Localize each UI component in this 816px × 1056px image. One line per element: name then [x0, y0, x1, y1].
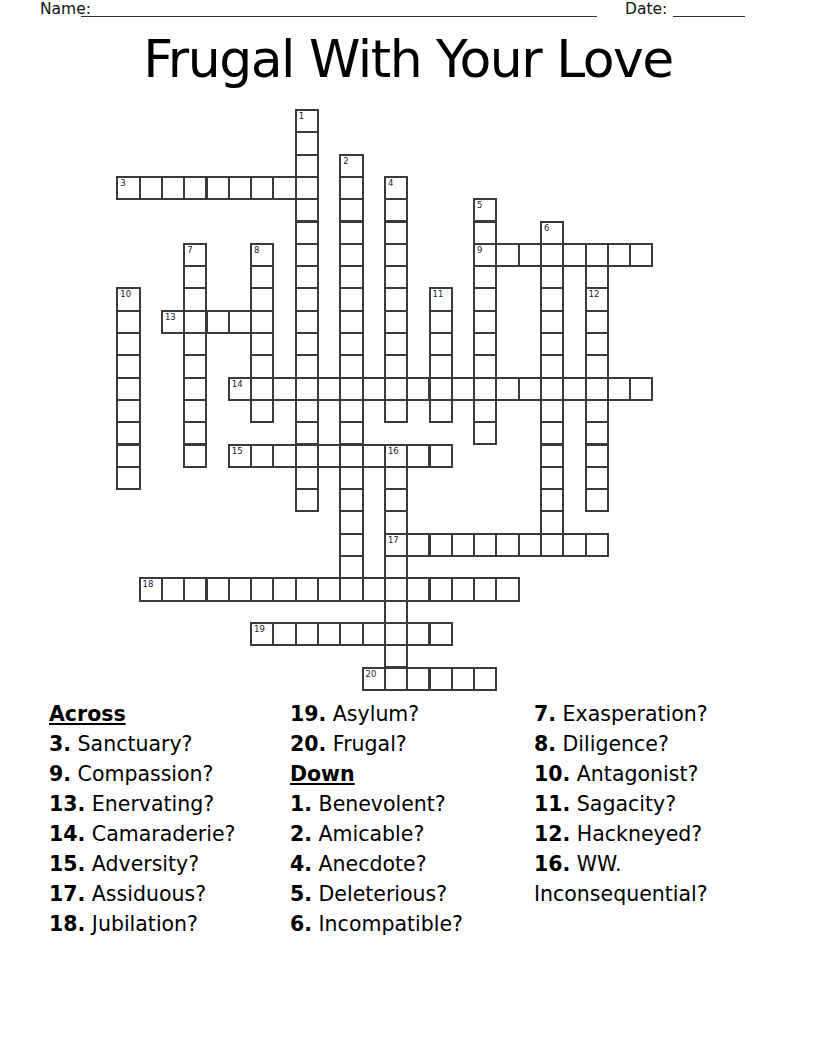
grid-cell[interactable] [406, 577, 430, 601]
grid-cell[interactable] [295, 243, 319, 267]
grid-cell[interactable] [250, 176, 274, 200]
grid-cell[interactable] [339, 243, 363, 267]
grid-cell[interactable] [518, 377, 542, 401]
clue-number: 12 [589, 289, 600, 299]
grid-cell[interactable]: 3 [116, 176, 140, 200]
grid-cell[interactable] [540, 466, 564, 490]
grid-cell[interactable] [161, 577, 185, 601]
grid-cell[interactable] [183, 421, 207, 445]
grid-cell[interactable] [384, 488, 408, 512]
grid-cell[interactable] [406, 667, 430, 691]
grid-cell[interactable] [429, 622, 453, 646]
grid-cell[interactable] [585, 444, 609, 468]
clue-number: 19 [254, 624, 265, 634]
grid-cell[interactable] [540, 510, 564, 534]
grid-cell[interactable] [116, 399, 140, 423]
grid-cell[interactable] [272, 444, 296, 468]
grid-cell[interactable] [183, 332, 207, 356]
grid-cell[interactable] [540, 444, 564, 468]
grid-cell[interactable] [473, 577, 497, 601]
grid-cell[interactable] [540, 243, 564, 267]
clue-item-text: Diligence? [556, 732, 669, 756]
grid-cell[interactable] [384, 265, 408, 289]
clue-item-number: 14. [49, 822, 85, 846]
grid-cell[interactable] [451, 377, 475, 401]
grid-cell[interactable] [585, 488, 609, 512]
clue-item-number: 18. [49, 912, 85, 936]
grid-cell[interactable] [518, 533, 542, 557]
clue-number: 18 [143, 579, 154, 589]
clue-item-text: Sanctuary? [71, 732, 192, 756]
grid-cell[interactable] [183, 354, 207, 378]
grid-cell[interactable] [339, 577, 363, 601]
clue-item: 15. Adversity? [49, 849, 287, 879]
clues-column-1: Across3. Sanctuary?9. Compassion?13. Ene… [49, 699, 287, 939]
clue-item-number: 3. [49, 732, 71, 756]
grid-cell[interactable] [183, 310, 207, 334]
clue-number: 5 [477, 200, 482, 210]
grid-cell[interactable] [473, 667, 497, 691]
clue-item: 11. Sagacity? [534, 789, 739, 819]
grid-cell[interactable]: 8 [250, 243, 274, 267]
worksheet-page: Name: Date: Frugal With Your Love 123456… [0, 0, 816, 1056]
clue-item-number: 6. [290, 912, 312, 936]
grid-cell[interactable] [339, 444, 363, 468]
grid-cell[interactable]: 6 [540, 221, 564, 245]
clue-item-number: 19. [290, 702, 326, 726]
grid-cell[interactable] [339, 287, 363, 311]
grid-cell[interactable] [562, 243, 586, 267]
clue-number: 11 [433, 289, 444, 299]
grid-cell[interactable] [451, 533, 475, 557]
grid-cell[interactable] [339, 466, 363, 490]
grid-cell[interactable] [406, 622, 430, 646]
clue-item-number: 15. [49, 852, 85, 876]
grid-cell[interactable] [272, 377, 296, 401]
grid-cell[interactable] [473, 533, 497, 557]
grid-cell[interactable] [384, 577, 408, 601]
grid-cell[interactable] [272, 176, 296, 200]
clue-item: 4. Anecdote? [290, 849, 530, 879]
grid-cell[interactable] [183, 577, 207, 601]
grid-cell[interactable] [295, 399, 319, 423]
grid-cell[interactable] [429, 533, 453, 557]
clue-number: 15 [232, 446, 243, 456]
grid-cell[interactable] [540, 421, 564, 445]
grid-cell[interactable] [384, 332, 408, 356]
grid-cell[interactable] [161, 176, 185, 200]
clue-item-number: 10. [534, 762, 570, 786]
grid-cell[interactable] [362, 377, 386, 401]
clue-item-text: Enervating? [85, 792, 214, 816]
grid-cell[interactable] [295, 265, 319, 289]
clue-item: 13. Enervating? [49, 789, 287, 819]
grid-cell[interactable] [429, 577, 453, 601]
grid-cell[interactable] [339, 399, 363, 423]
grid-cell[interactable] [295, 488, 319, 512]
clue-item-text: Compassion? [71, 762, 213, 786]
grid-cell[interactable] [585, 332, 609, 356]
grid-cell[interactable] [406, 377, 430, 401]
grid-cell[interactable]: 18 [139, 577, 163, 601]
clue-item: 8. Diligence? [534, 729, 739, 759]
grid-cell[interactable]: 12 [585, 287, 609, 311]
clue-number: 1 [299, 111, 304, 121]
clue-item-text: Benevolent? [312, 792, 446, 816]
grid-cell[interactable] [295, 221, 319, 245]
grid-cell[interactable] [406, 533, 430, 557]
grid-cell[interactable] [540, 377, 564, 401]
grid-cell[interactable] [473, 287, 497, 311]
grid-cell[interactable] [384, 198, 408, 222]
grid-cell[interactable] [585, 421, 609, 445]
clue-item-text: Jubilation? [85, 912, 198, 936]
clue-number: 13 [165, 312, 176, 322]
grid-cell[interactable] [295, 310, 319, 334]
grid-cell[interactable] [295, 354, 319, 378]
grid-cell[interactable] [206, 176, 230, 200]
clue-number: 16 [388, 446, 399, 456]
grid-cell[interactable]: 11 [429, 287, 453, 311]
clue-item-text: Anecdote? [312, 852, 427, 876]
grid-cell[interactable] [250, 332, 274, 356]
grid-cell[interactable] [384, 243, 408, 267]
grid-cell[interactable] [295, 622, 319, 646]
grid-cell[interactable] [629, 243, 653, 267]
grid-cell[interactable] [183, 287, 207, 311]
grid-cell[interactable] [473, 399, 497, 423]
clue-item-number: 1. [290, 792, 312, 816]
clue-item: 14. Camaraderie? [49, 819, 287, 849]
grid-cell[interactable] [339, 555, 363, 579]
grid-cell[interactable]: 17 [384, 533, 408, 557]
grid-cell[interactable] [339, 488, 363, 512]
grid-cell[interactable] [585, 354, 609, 378]
clue-item: 17. Assiduous? [49, 879, 287, 909]
clue-number: 2 [343, 156, 348, 166]
grid-cell[interactable] [228, 176, 252, 200]
clue-number: 4 [388, 178, 393, 188]
grid-cell[interactable] [206, 310, 230, 334]
grid-cell[interactable] [518, 243, 542, 267]
grid-cell[interactable] [585, 265, 609, 289]
grid-cell[interactable] [585, 310, 609, 334]
grid-cell[interactable] [384, 622, 408, 646]
grid-cell[interactable] [295, 466, 319, 490]
clue-item: 19. Asylum? [290, 699, 530, 729]
grid-cell[interactable] [295, 287, 319, 311]
clue-item-text: Amicable? [312, 822, 424, 846]
grid-cell[interactable] [295, 176, 319, 200]
grid-cell[interactable] [362, 622, 386, 646]
grid-cell[interactable] [540, 399, 564, 423]
grid-cell[interactable] [317, 622, 341, 646]
grid-cell[interactable] [116, 466, 140, 490]
grid-cell[interactable] [429, 444, 453, 468]
grid-cell[interactable]: 5 [473, 198, 497, 222]
grid-cell[interactable]: 20 [362, 667, 386, 691]
grid-cell[interactable] [384, 510, 408, 534]
clue-item-text: Adversity? [85, 852, 199, 876]
grid-cell[interactable] [339, 265, 363, 289]
clue-item: 20. Frugal? [290, 729, 530, 759]
grid-cell[interactable] [495, 577, 519, 601]
clue-item-text: Asylum? [326, 702, 419, 726]
clue-item-number: 11. [534, 792, 570, 816]
grid-cell[interactable] [272, 577, 296, 601]
grid-cell[interactable] [562, 533, 586, 557]
grid-cell[interactable] [183, 399, 207, 423]
grid-cell[interactable] [295, 377, 319, 401]
clues-column-3: 7. Exasperation?8. Diligence?10. Antagon… [534, 699, 739, 909]
grid-cell[interactable] [384, 667, 408, 691]
grid-cell[interactable] [116, 354, 140, 378]
grid-cell[interactable] [295, 577, 319, 601]
grid-cell[interactable] [540, 533, 564, 557]
clue-number: 8 [254, 245, 259, 255]
grid-cell[interactable] [451, 667, 475, 691]
down-heading: Down [290, 759, 530, 789]
grid-cell[interactable] [384, 354, 408, 378]
grid-cell[interactable] [384, 555, 408, 579]
grid-cell[interactable] [295, 332, 319, 356]
clue-item-text: Assiduous? [85, 882, 206, 906]
grid-cell[interactable] [116, 444, 140, 468]
grid-cell[interactable] [540, 354, 564, 378]
grid-cell[interactable] [339, 198, 363, 222]
clue-number: 14 [232, 379, 243, 389]
grid-cell[interactable] [384, 644, 408, 668]
clue-item: 7. Exasperation? [534, 699, 739, 729]
clue-item-text: Deleterious? [312, 882, 447, 906]
clue-item: 16. WW. Inconsequential? [534, 849, 739, 909]
grid-cell[interactable] [585, 466, 609, 490]
grid-cell[interactable] [339, 176, 363, 200]
grid-cell[interactable] [473, 332, 497, 356]
grid-cell[interactable] [540, 287, 564, 311]
clue-item-number: 5. [290, 882, 312, 906]
grid-cell[interactable] [451, 577, 475, 601]
grid-cell[interactable] [295, 154, 319, 178]
clue-item: 5. Deleterious? [290, 879, 530, 909]
clue-item-number: 7. [534, 702, 556, 726]
clue-item: 6. Incompatible? [290, 909, 530, 939]
grid-cell[interactable] [183, 176, 207, 200]
grid-cell[interactable] [384, 377, 408, 401]
clue-item-number: 20. [290, 732, 326, 756]
clue-item-text: Hackneyed? [570, 822, 702, 846]
clue-item-number: 13. [49, 792, 85, 816]
grid-cell[interactable] [295, 131, 319, 155]
grid-cell[interactable] [429, 310, 453, 334]
grid-cell[interactable] [250, 354, 274, 378]
grid-cell[interactable] [317, 444, 341, 468]
grid-cell[interactable] [362, 577, 386, 601]
grid-cell[interactable] [228, 577, 252, 601]
grid-cell[interactable]: 1 [295, 109, 319, 133]
clue-item-text: Sagacity? [570, 792, 676, 816]
grid-cell[interactable] [540, 332, 564, 356]
grid-cell[interactable]: 15 [228, 444, 252, 468]
clue-item-text: Exasperation? [556, 702, 708, 726]
grid-cell[interactable] [295, 198, 319, 222]
grid-cell[interactable] [295, 444, 319, 468]
clue-number: 17 [388, 535, 399, 545]
grid-cell[interactable]: 13 [161, 310, 185, 334]
clue-number: 3 [120, 178, 125, 188]
grid-cell[interactable] [250, 399, 274, 423]
grid-cell[interactable] [629, 377, 653, 401]
grid-cell[interactable] [540, 488, 564, 512]
clue-item: 12. Hackneyed? [534, 819, 739, 849]
grid-cell[interactable] [384, 221, 408, 245]
grid-cell[interactable] [585, 399, 609, 423]
clue-item-number: 16. [534, 852, 570, 876]
grid-cell[interactable] [295, 421, 319, 445]
across-heading: Across [49, 699, 287, 729]
clue-item-number: 9. [49, 762, 71, 786]
grid-cell[interactable] [473, 310, 497, 334]
grid-cell[interactable] [473, 265, 497, 289]
grid-cell[interactable] [228, 310, 252, 334]
grid-cell[interactable] [250, 444, 274, 468]
clue-item-number: 17. [49, 882, 85, 906]
grid-cell[interactable] [250, 287, 274, 311]
grid-cell[interactable]: 2 [339, 154, 363, 178]
clue-item-text: Antagonist? [570, 762, 698, 786]
grid-cell[interactable]: 14 [228, 377, 252, 401]
clue-item-number: 12. [534, 822, 570, 846]
grid-cell[interactable] [495, 377, 519, 401]
grid-cell[interactable] [473, 421, 497, 445]
clue-item: 10. Antagonist? [534, 759, 739, 789]
grid-cell[interactable] [116, 377, 140, 401]
grid-cell[interactable] [585, 377, 609, 401]
clues-column-2: 19. Asylum?20. Frugal?Down1. Benevolent?… [290, 699, 530, 939]
clue-item-text: Camaraderie? [85, 822, 235, 846]
clue-item: 3. Sanctuary? [49, 729, 287, 759]
grid-cell[interactable] [384, 287, 408, 311]
grid-cell[interactable] [339, 332, 363, 356]
grid-cell[interactable] [116, 421, 140, 445]
grid-cell[interactable] [339, 354, 363, 378]
grid-cell[interactable] [406, 444, 430, 468]
grid-cell[interactable] [585, 533, 609, 557]
grid-cell[interactable] [339, 622, 363, 646]
grid-cell[interactable] [250, 310, 274, 334]
grid-cell[interactable] [473, 354, 497, 378]
grid-cell[interactable] [183, 444, 207, 468]
grid-cell[interactable] [250, 265, 274, 289]
grid-cell[interactable] [183, 265, 207, 289]
grid-cell[interactable] [384, 466, 408, 490]
grid-cell[interactable] [339, 510, 363, 534]
clue-item-text: Incompatible? [312, 912, 463, 936]
grid-cell[interactable]: 9 [473, 243, 497, 267]
grid-cell[interactable] [250, 377, 274, 401]
clue-item-number: 8. [534, 732, 556, 756]
grid-cell[interactable] [540, 310, 564, 334]
grid-cell[interactable]: 4 [384, 176, 408, 200]
clue-item: 2. Amicable? [290, 819, 530, 849]
grid-cell[interactable] [339, 221, 363, 245]
grid-cell[interactable] [272, 622, 296, 646]
grid-cell[interactable] [183, 377, 207, 401]
clue-number: 10 [120, 289, 131, 299]
grid-cell[interactable]: 16 [384, 444, 408, 468]
clue-item-text: Frugal? [326, 732, 406, 756]
grid-cell[interactable] [607, 243, 631, 267]
grid-cell[interactable] [250, 577, 274, 601]
grid-cell[interactable] [206, 577, 230, 601]
clue-item: 9. Compassion? [49, 759, 287, 789]
clue-number: 20 [366, 669, 377, 679]
grid-cell[interactable] [429, 667, 453, 691]
grid-cell[interactable]: 7 [183, 243, 207, 267]
grid-cell[interactable] [317, 577, 341, 601]
grid-cell[interactable] [384, 310, 408, 334]
grid-cell[interactable] [317, 377, 341, 401]
grid-cell[interactable] [429, 332, 453, 356]
grid-cell[interactable] [339, 421, 363, 445]
grid-cell[interactable] [429, 377, 453, 401]
grid-cell[interactable] [339, 310, 363, 334]
grid-cell[interactable] [116, 310, 140, 334]
grid-cell[interactable]: 19 [250, 622, 274, 646]
grid-cell[interactable] [362, 444, 386, 468]
grid-cell[interactable] [339, 377, 363, 401]
grid-cell[interactable] [116, 332, 140, 356]
grid-cell[interactable] [607, 377, 631, 401]
clue-number: 6 [544, 223, 549, 233]
grid-cell[interactable] [473, 377, 497, 401]
grid-cell[interactable] [429, 354, 453, 378]
clue-item-number: 2. [290, 822, 312, 846]
grid-cell[interactable] [384, 399, 408, 423]
grid-cell[interactable] [585, 243, 609, 267]
clue-number: 7 [187, 245, 192, 255]
clue-item: 1. Benevolent? [290, 789, 530, 819]
grid-cell[interactable] [562, 377, 586, 401]
grid-cell[interactable] [495, 533, 519, 557]
clue-item-number: 4. [290, 852, 312, 876]
grid-cell[interactable] [139, 176, 163, 200]
grid-cell[interactable] [473, 221, 497, 245]
grid-cell[interactable] [384, 600, 408, 624]
grid-cell[interactable] [339, 533, 363, 557]
grid-cell[interactable] [495, 243, 519, 267]
grid-cell[interactable]: 10 [116, 287, 140, 311]
clue-number: 9 [477, 245, 482, 255]
clue-item: 18. Jubilation? [49, 909, 287, 939]
grid-cell[interactable] [429, 399, 453, 423]
grid-cell[interactable] [540, 265, 564, 289]
